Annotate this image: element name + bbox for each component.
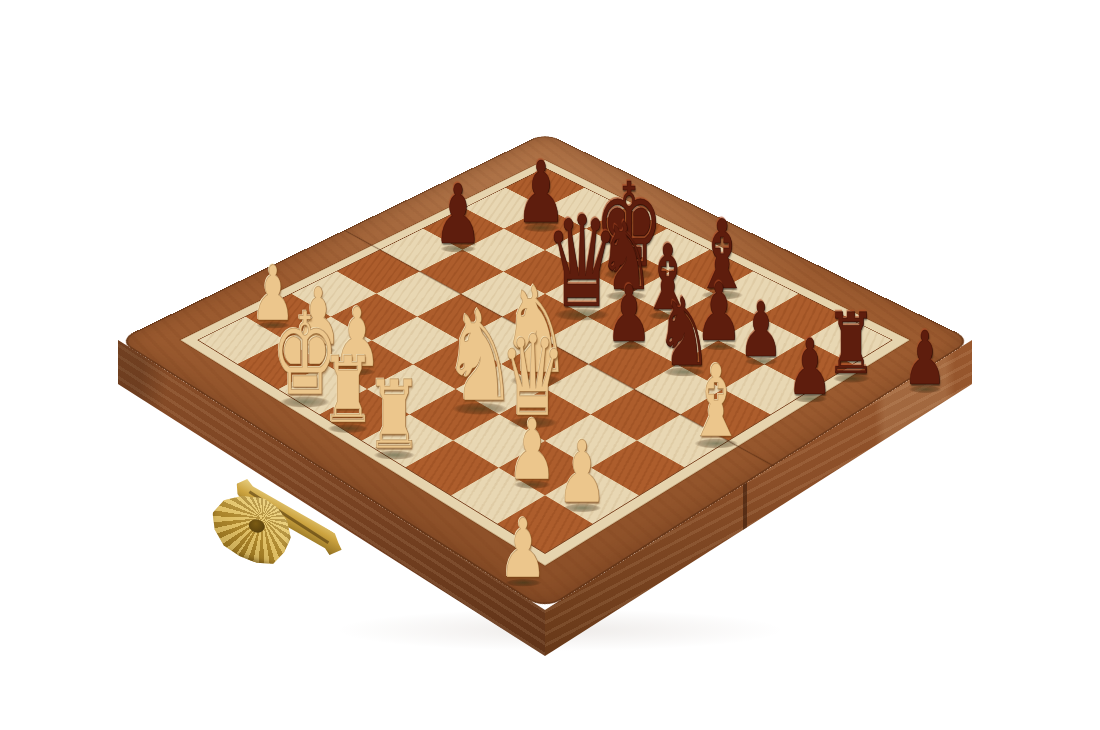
dark-pawn-glyph: ♟ [434,174,483,256]
piece-white-pawn-rim-near-corner[interactable]: ♟ [486,508,560,590]
dark-pawn-glyph: ♟ [787,329,833,406]
piece-dark-pawn-f1[interactable]: ♟ [775,329,844,406]
white-pawn-glyph: ♟ [499,508,548,590]
piece-white-rook-a4[interactable]: ♜ [351,368,436,463]
white-pawn-glyph: ♟ [557,429,608,515]
piece-white-pawn-b1[interactable]: ♟ [543,429,620,515]
dark-pawn-glyph: ♟ [903,321,947,395]
piece-dark-pawn-e8[interactable]: ♟ [421,174,495,256]
white-rook-glyph: ♜ [366,368,422,463]
piece-dark-pawn-rim-right-corner[interactable]: ♟ [892,321,958,395]
piece-white-bishop-e1[interactable]: ♝ [671,352,761,452]
pieces-layer: ♟♟♚♝♞♛♝♟♟♟♟♟♞♟♞♜♟♚♟♞♛♜♝♜♟♟♟ [0,0,1100,730]
white-bishop-glyph: ♝ [686,352,745,452]
product-photo-scene: ♟♟♚♝♞♛♝♟♟♟♟♟♞♟♞♜♟♚♟♞♛♜♝♜♟♟♟ [0,0,1100,730]
